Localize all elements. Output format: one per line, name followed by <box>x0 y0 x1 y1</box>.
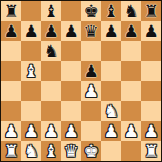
square-b8[interactable] <box>21 1 41 21</box>
square-f6[interactable] <box>101 41 121 61</box>
square-d2[interactable]: ♟ <box>61 121 81 141</box>
square-c4[interactable] <box>41 81 61 101</box>
piece-black-bishop-f8[interactable]: ♝ <box>103 1 118 21</box>
square-h8[interactable]: ♜ <box>141 1 161 21</box>
square-f2[interactable]: ♟ <box>101 121 121 141</box>
piece-black-king-e8[interactable]: ♚ <box>83 1 98 21</box>
square-e4[interactable]: ♟ <box>81 81 101 101</box>
square-e3[interactable] <box>81 101 101 121</box>
piece-white-pawn-f2[interactable]: ♟ <box>103 121 118 141</box>
piece-black-pawn-f7[interactable]: ♟ <box>103 21 118 41</box>
piece-white-knight-b1[interactable]: ♞ <box>23 141 38 161</box>
piece-black-pawn-g7[interactable]: ♟ <box>123 21 138 41</box>
square-g3[interactable] <box>121 101 141 121</box>
square-c1[interactable]: ♝ <box>41 141 61 161</box>
piece-white-pawn-e4[interactable]: ♟ <box>83 81 98 101</box>
square-g1[interactable] <box>121 141 141 161</box>
square-d1[interactable]: ♛ <box>61 141 81 161</box>
square-f3[interactable]: ♞ <box>101 101 121 121</box>
square-e6[interactable] <box>81 41 101 61</box>
square-a2[interactable]: ♟ <box>1 121 21 141</box>
piece-black-rook-a8[interactable]: ♜ <box>3 1 18 21</box>
piece-white-pawn-a2[interactable]: ♟ <box>3 121 18 141</box>
square-e2[interactable] <box>81 121 101 141</box>
square-b3[interactable] <box>21 101 41 121</box>
square-a4[interactable] <box>1 81 21 101</box>
square-b4[interactable] <box>21 81 41 101</box>
square-b7[interactable]: ♟ <box>21 21 41 41</box>
square-e8[interactable]: ♚ <box>81 1 101 21</box>
square-d7[interactable]: ♟ <box>61 21 81 41</box>
square-c6[interactable]: ♞ <box>41 41 61 61</box>
square-f8[interactable]: ♝ <box>101 1 121 21</box>
square-g6[interactable] <box>121 41 141 61</box>
square-f4[interactable] <box>101 81 121 101</box>
piece-black-pawn-d7[interactable]: ♟ <box>63 21 78 41</box>
square-g5[interactable] <box>121 61 141 81</box>
piece-white-rook-a1[interactable]: ♜ <box>3 141 18 161</box>
square-h1[interactable]: ♜ <box>141 141 161 161</box>
square-b2[interactable]: ♟ <box>21 121 41 141</box>
piece-black-pawn-e5[interactable]: ♟ <box>83 61 98 81</box>
square-e5[interactable]: ♟ <box>81 61 101 81</box>
square-d5[interactable] <box>61 61 81 81</box>
square-a7[interactable]: ♟ <box>1 21 21 41</box>
piece-black-knight-g8[interactable]: ♞ <box>123 1 138 21</box>
square-c8[interactable]: ♝ <box>41 1 61 21</box>
piece-white-pawn-h2[interactable]: ♟ <box>143 121 158 141</box>
square-b6[interactable] <box>21 41 41 61</box>
square-g7[interactable]: ♟ <box>121 21 141 41</box>
piece-black-knight-c6[interactable]: ♞ <box>43 41 58 61</box>
square-a3[interactable] <box>1 101 21 121</box>
square-c5[interactable] <box>41 61 61 81</box>
square-c2[interactable]: ♟ <box>41 121 61 141</box>
piece-black-rook-h8[interactable]: ♜ <box>143 1 158 21</box>
square-f5[interactable] <box>101 61 121 81</box>
square-d6[interactable] <box>61 41 81 61</box>
piece-white-rook-h1[interactable]: ♜ <box>143 141 158 161</box>
square-g8[interactable]: ♞ <box>121 1 141 21</box>
square-b1[interactable]: ♞ <box>21 141 41 161</box>
square-d3[interactable] <box>61 101 81 121</box>
square-e7[interactable]: ♛ <box>81 21 101 41</box>
square-h3[interactable] <box>141 101 161 121</box>
square-d4[interactable] <box>61 81 81 101</box>
piece-black-pawn-c7[interactable]: ♟ <box>43 21 58 41</box>
piece-black-pawn-a7[interactable]: ♟ <box>3 21 18 41</box>
piece-white-knight-f3[interactable]: ♞ <box>103 101 118 121</box>
square-e1[interactable]: ♚ <box>81 141 101 161</box>
square-h7[interactable]: ♟ <box>141 21 161 41</box>
piece-white-pawn-d2[interactable]: ♟ <box>63 121 78 141</box>
chess-board-frame: ♜♝♚♝♞♜♟♟♟♟♛♟♟♟♞♝♟♟♞♟♟♟♟♟♟♟♜♞♝♛♚♜ <box>0 0 162 162</box>
square-f1[interactable] <box>101 141 121 161</box>
piece-white-pawn-g2[interactable]: ♟ <box>123 121 138 141</box>
square-h5[interactable] <box>141 61 161 81</box>
piece-white-king-e1[interactable]: ♚ <box>83 141 98 161</box>
piece-black-queen-e7[interactable]: ♛ <box>83 21 98 41</box>
square-g4[interactable] <box>121 81 141 101</box>
piece-white-queen-d1[interactable]: ♛ <box>63 141 78 161</box>
piece-white-pawn-b2[interactable]: ♟ <box>23 121 38 141</box>
piece-white-bishop-c1[interactable]: ♝ <box>43 141 58 161</box>
square-h2[interactable]: ♟ <box>141 121 161 141</box>
piece-white-pawn-c2[interactable]: ♟ <box>43 121 58 141</box>
square-c3[interactable] <box>41 101 61 121</box>
piece-black-pawn-h7[interactable]: ♟ <box>143 21 158 41</box>
piece-black-bishop-c8[interactable]: ♝ <box>43 1 58 21</box>
square-a8[interactable]: ♜ <box>1 1 21 21</box>
square-b5[interactable]: ♝ <box>21 61 41 81</box>
square-d8[interactable] <box>61 1 81 21</box>
square-g2[interactable]: ♟ <box>121 121 141 141</box>
square-h6[interactable] <box>141 41 161 61</box>
square-a6[interactable] <box>1 41 21 61</box>
square-a1[interactable]: ♜ <box>1 141 21 161</box>
square-f7[interactable]: ♟ <box>101 21 121 41</box>
square-a5[interactable] <box>1 61 21 81</box>
square-h4[interactable] <box>141 81 161 101</box>
chess-board: ♜♝♚♝♞♜♟♟♟♟♛♟♟♟♞♝♟♟♞♟♟♟♟♟♟♟♜♞♝♛♚♜ <box>1 1 161 161</box>
piece-black-pawn-b7[interactable]: ♟ <box>23 21 38 41</box>
square-c7[interactable]: ♟ <box>41 21 61 41</box>
piece-white-bishop-b5[interactable]: ♝ <box>23 61 38 81</box>
